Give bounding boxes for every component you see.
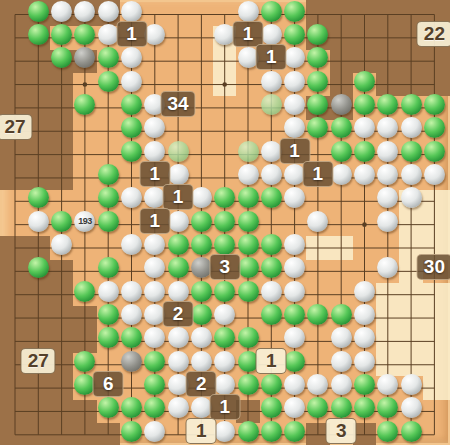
count-label-light: 1 (256, 348, 287, 374)
stone-white[interactable] (121, 1, 142, 22)
count-label-dark: 1 (279, 138, 310, 164)
stone-white[interactable] (377, 141, 398, 162)
stone-green[interactable] (51, 211, 72, 232)
stone-green[interactable] (191, 281, 212, 302)
stone-green[interactable] (424, 141, 445, 162)
stone-green[interactable] (401, 421, 422, 442)
stone-green[interactable] (261, 374, 282, 395)
stone-green[interactable] (284, 304, 305, 325)
count-label-dark: 1 (233, 21, 264, 47)
stone-white[interactable] (261, 71, 282, 92)
star-point (362, 222, 367, 227)
stone-white[interactable] (424, 164, 445, 185)
count-label-dark: 2 (186, 371, 217, 397)
count-label-light: 22 (417, 21, 450, 47)
count-label-light: 27 (0, 114, 33, 140)
stone-white[interactable] (168, 164, 189, 185)
stone-green[interactable] (354, 71, 375, 92)
stone-green[interactable] (261, 304, 282, 325)
stone-green[interactable] (238, 234, 259, 255)
count-label-light: 1 (186, 418, 217, 444)
stone-white[interactable] (401, 374, 422, 395)
stone-green[interactable] (238, 327, 259, 348)
stone-green[interactable] (98, 211, 119, 232)
stone-white[interactable] (284, 94, 305, 115)
count-label-dark: 1 (163, 184, 194, 210)
stone-green[interactable] (284, 1, 305, 22)
count-label-dark: 34 (161, 91, 196, 117)
stone-green[interactable] (354, 141, 375, 162)
stone-green[interactable] (98, 164, 119, 185)
stone-white[interactable] (98, 281, 119, 302)
star-point (222, 82, 227, 87)
stone-green[interactable] (331, 117, 352, 138)
stone-green-dead[interactable] (238, 141, 259, 162)
stone-white[interactable] (354, 281, 375, 302)
stone-white[interactable] (98, 1, 119, 22)
stone-green[interactable] (51, 24, 72, 45)
stone-green[interactable] (28, 1, 49, 22)
stone-green[interactable] (121, 141, 142, 162)
count-label-dark: 1 (256, 44, 287, 70)
stone-green-dead[interactable] (168, 141, 189, 162)
stone-green[interactable] (28, 187, 49, 208)
go-app-screen: 19311134111113302621222727113 (0, 0, 450, 445)
count-label-dark: 1 (139, 208, 170, 234)
count-label-dark: 6 (93, 371, 124, 397)
stone-green[interactable] (191, 304, 212, 325)
stone-green[interactable] (284, 24, 305, 45)
stone-white[interactable] (214, 351, 235, 372)
stone-white[interactable] (144, 281, 165, 302)
stone-white[interactable] (238, 1, 259, 22)
stone-green[interactable] (214, 281, 235, 302)
stone-white[interactable] (354, 164, 375, 185)
stone-green[interactable] (121, 421, 142, 442)
count-label-dark: 2 (163, 301, 194, 327)
stone-green[interactable] (28, 24, 49, 45)
count-label-dark: 30 (417, 254, 450, 280)
stone-white[interactable] (238, 164, 259, 185)
stone-green[interactable] (377, 421, 398, 442)
count-label-light: 3 (326, 418, 357, 444)
move-number-label: 193 (78, 216, 92, 226)
stone-green[interactable] (424, 94, 445, 115)
stone-white[interactable] (144, 421, 165, 442)
stone-white[interactable] (331, 327, 352, 348)
stone-green[interactable] (261, 1, 282, 22)
stone-white[interactable] (191, 351, 212, 372)
stone-white[interactable] (121, 304, 142, 325)
stone-white[interactable] (284, 71, 305, 92)
stone-green[interactable] (98, 71, 119, 92)
stone-green[interactable] (98, 187, 119, 208)
stone-green[interactable] (261, 257, 282, 278)
stone-green[interactable] (261, 234, 282, 255)
stone-white[interactable] (377, 211, 398, 232)
stone-green[interactable] (121, 94, 142, 115)
stone-white[interactable] (331, 374, 352, 395)
stone-green[interactable] (238, 281, 259, 302)
stone-green[interactable] (238, 421, 259, 442)
stone-green[interactable] (214, 211, 235, 232)
stone-white[interactable] (168, 281, 189, 302)
stone-white[interactable] (144, 141, 165, 162)
count-label-dark: 1 (209, 394, 240, 420)
stone-white-dead[interactable] (331, 94, 352, 115)
stone-green[interactable] (74, 281, 95, 302)
stone-green[interactable] (98, 397, 119, 418)
stone-white[interactable] (51, 234, 72, 255)
stone-white[interactable] (261, 164, 282, 185)
stone-green[interactable] (238, 211, 259, 232)
stone-green[interactable] (98, 327, 119, 348)
count-label-dark: 1 (139, 161, 170, 187)
stone-white[interactable] (401, 397, 422, 418)
count-label-dark: 3 (209, 254, 240, 280)
stone-white[interactable] (354, 351, 375, 372)
stone-white[interactable] (214, 421, 235, 442)
stone-green[interactable] (331, 141, 352, 162)
stone-white[interactable] (121, 71, 142, 92)
stone-green[interactable] (238, 257, 259, 278)
stone-green[interactable] (331, 397, 352, 418)
stone-white[interactable] (261, 281, 282, 302)
stone-green[interactable] (238, 374, 259, 395)
go-board[interactable]: 19311134111113302621222727113 (0, 0, 450, 445)
stone-green[interactable] (98, 47, 119, 68)
count-label-dark: 1 (302, 161, 333, 187)
stone-white[interactable] (331, 351, 352, 372)
stone-green[interactable] (331, 304, 352, 325)
stone-green[interactable] (401, 141, 422, 162)
stone-white[interactable] (354, 304, 375, 325)
star-point (83, 82, 88, 87)
stone-white[interactable] (401, 187, 422, 208)
stone-green[interactable] (354, 94, 375, 115)
stone-white[interactable] (401, 117, 422, 138)
stone-white[interactable] (261, 24, 282, 45)
stone-green[interactable] (261, 421, 282, 442)
stone-white[interactable] (307, 211, 328, 232)
stone-white[interactable] (144, 24, 165, 45)
stone-white[interactable] (284, 234, 305, 255)
stone-white[interactable] (121, 281, 142, 302)
stone-white[interactable] (51, 1, 72, 22)
stone-white[interactable] (168, 351, 189, 372)
stone-green[interactable] (284, 421, 305, 442)
stone-green[interactable] (144, 351, 165, 372)
count-label-dark: 1 (116, 21, 147, 47)
stone-white[interactable] (168, 211, 189, 232)
stone-green[interactable] (98, 304, 119, 325)
stone-white[interactable] (284, 281, 305, 302)
stone-white[interactable] (168, 397, 189, 418)
stone-green[interactable] (191, 234, 212, 255)
stone-white[interactable] (331, 164, 352, 185)
stone-white[interactable] (401, 164, 422, 185)
stone-white[interactable] (168, 327, 189, 348)
stone-green[interactable] (284, 351, 305, 372)
stone-green[interactable] (191, 211, 212, 232)
stone-white-dead[interactable] (121, 351, 142, 372)
stone-white[interactable] (74, 1, 95, 22)
stone-green[interactable] (261, 187, 282, 208)
stone-green[interactable] (168, 257, 189, 278)
stone-green[interactable] (238, 187, 259, 208)
stone-green[interactable] (307, 71, 328, 92)
stone-green[interactable] (354, 374, 375, 395)
stone-white[interactable] (28, 211, 49, 232)
stone-green-dead[interactable] (261, 94, 282, 115)
stone-green[interactable] (401, 94, 422, 115)
stone-green[interactable] (74, 351, 95, 372)
stone-white[interactable] (121, 234, 142, 255)
count-label-light: 27 (21, 348, 56, 374)
stone-green[interactable] (28, 257, 49, 278)
stone-green[interactable] (424, 117, 445, 138)
stone-green[interactable] (168, 234, 189, 255)
stone-green[interactable] (98, 257, 119, 278)
